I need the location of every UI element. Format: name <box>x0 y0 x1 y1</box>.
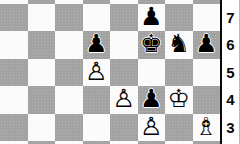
rank-labels: 76543 <box>220 0 240 144</box>
black-pawn: ♟ <box>85 30 107 58</box>
square-c6 <box>55 31 83 59</box>
black-knight: ♞ <box>168 30 190 58</box>
square-c5 <box>55 59 83 87</box>
rank-label-3: 3 <box>222 114 239 142</box>
square-d5: ♙ <box>83 59 111 87</box>
chessboard: ♟♟♚♞♟♙♙♟♔♙♗ <box>0 0 220 144</box>
square-f2 <box>138 141 166 144</box>
square-e2 <box>110 141 138 144</box>
square-e3 <box>110 114 138 142</box>
square-c4 <box>55 86 83 114</box>
chess-diagram: ♟♟♚♞♟♙♙♟♔♙♗ 76543 <box>0 0 240 144</box>
rank-label-7: 7 <box>222 4 239 32</box>
square-h4 <box>193 86 221 114</box>
square-d4 <box>83 86 111 114</box>
square-b7 <box>28 4 56 32</box>
square-e6 <box>110 31 138 59</box>
square-d7 <box>83 4 111 32</box>
square-f5 <box>138 59 166 87</box>
black-pawn: ♟ <box>140 85 162 113</box>
square-b4 <box>28 86 56 114</box>
square-b2 <box>28 141 56 144</box>
black-pawn: ♟ <box>140 3 162 31</box>
white-pawn: ♙ <box>85 58 107 86</box>
square-e4: ♙ <box>110 86 138 114</box>
square-b3 <box>28 114 56 142</box>
black-pawn: ♟ <box>195 30 217 58</box>
square-b6 <box>28 31 56 59</box>
square-f4: ♟ <box>138 86 166 114</box>
square-a7 <box>0 4 28 32</box>
square-c7 <box>55 4 83 32</box>
square-g5 <box>165 59 193 87</box>
rank-label-5: 5 <box>222 59 239 87</box>
white-pawn: ♙ <box>113 85 135 113</box>
square-g7 <box>165 4 193 32</box>
square-e7 <box>110 4 138 32</box>
square-c2 <box>55 141 83 144</box>
square-d3 <box>83 114 111 142</box>
square-h5 <box>193 59 221 87</box>
square-a6 <box>0 31 28 59</box>
square-c3 <box>55 114 83 142</box>
square-b5 <box>28 59 56 87</box>
square-g2 <box>165 141 193 144</box>
square-h7 <box>193 4 221 32</box>
square-d6: ♟ <box>83 31 111 59</box>
black-king: ♚ <box>140 30 162 58</box>
white-pawn: ♙ <box>140 113 162 141</box>
square-g4: ♔ <box>165 86 193 114</box>
square-g6: ♞ <box>165 31 193 59</box>
square-a2 <box>0 141 28 144</box>
square-f6: ♚ <box>138 31 166 59</box>
white-bishop: ♗ <box>195 113 217 141</box>
square-h2 <box>193 141 221 144</box>
square-f3: ♙ <box>138 114 166 142</box>
square-d2 <box>83 141 111 144</box>
square-g3 <box>165 114 193 142</box>
square-h6: ♟ <box>193 31 221 59</box>
square-a4 <box>0 86 28 114</box>
square-a3 <box>0 114 28 142</box>
square-f7: ♟ <box>138 4 166 32</box>
square-a5 <box>0 59 28 87</box>
rank-label-4: 4 <box>222 86 239 114</box>
white-king: ♔ <box>168 85 190 113</box>
rank-label-6: 6 <box>222 31 239 59</box>
square-h3: ♗ <box>193 114 221 142</box>
square-e5 <box>110 59 138 87</box>
